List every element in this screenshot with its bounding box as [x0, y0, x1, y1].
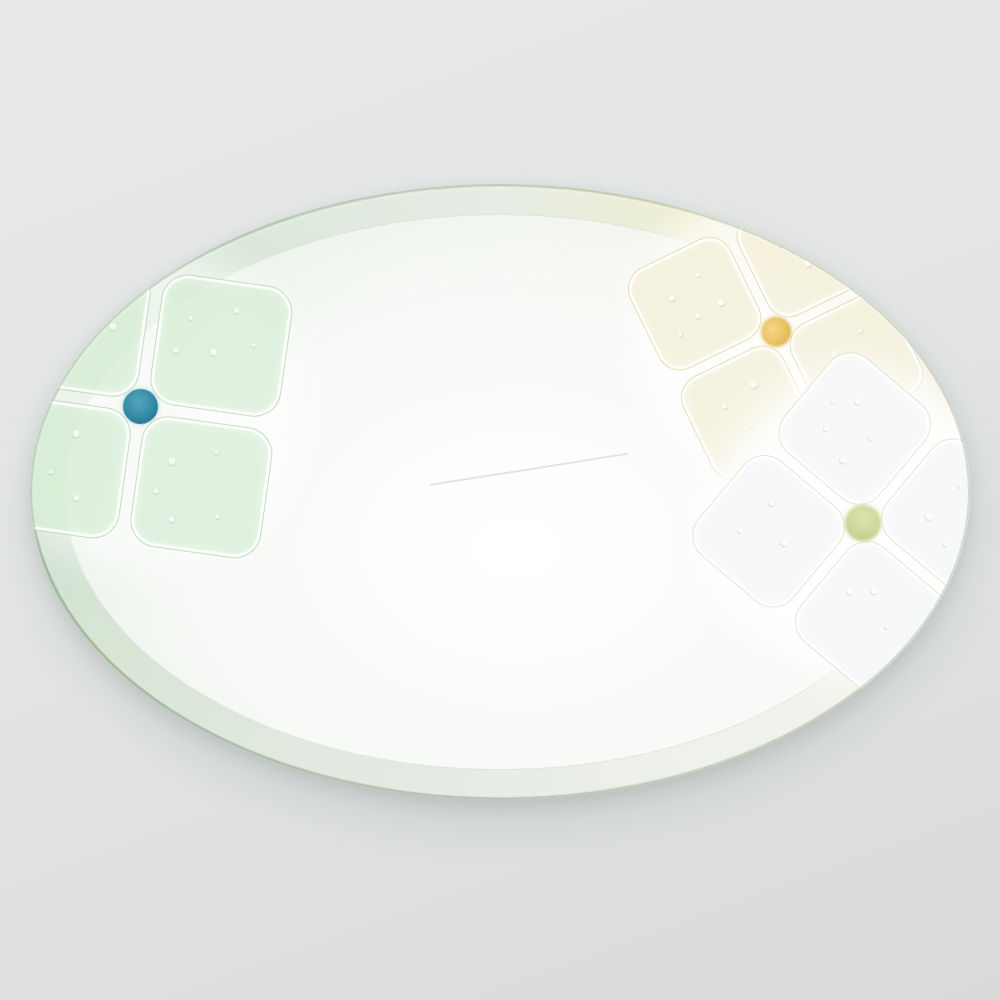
air-bubble [858, 328, 863, 333]
air-bubble [667, 294, 675, 302]
air-bubble [780, 537, 790, 547]
air-bubble [188, 315, 193, 320]
green-flower-petal-br [126, 412, 275, 561]
air-bubble [210, 347, 218, 355]
green-flower-petal-bl [30, 392, 134, 541]
air-bubble [823, 425, 830, 432]
plate-clip [30, 184, 970, 800]
green-flower-petal-tr [146, 271, 295, 420]
air-bubble [109, 323, 117, 331]
air-bubble [46, 354, 51, 359]
air-bubble [716, 297, 725, 306]
air-bubble [870, 586, 880, 596]
air-bubble [696, 272, 701, 277]
air-bubble [958, 483, 964, 489]
air-bubble [943, 542, 949, 548]
air-bubble [854, 397, 862, 405]
air-bubble [749, 379, 758, 388]
air-bubble [825, 245, 830, 250]
air-bubble [251, 342, 256, 347]
air-bubble [153, 488, 159, 494]
air-bubble [804, 218, 811, 225]
air-bubble [845, 587, 853, 595]
air-bubble [73, 494, 80, 501]
green-flower [30, 251, 295, 562]
air-bubble [776, 242, 781, 247]
air-bubble [215, 514, 220, 519]
air-bubble [868, 435, 874, 441]
glass-plate [30, 184, 970, 800]
air-bubble [91, 288, 96, 293]
air-bubble [213, 450, 218, 455]
air-bubble [30, 437, 32, 443]
air-bubble [839, 456, 849, 466]
air-bubble [694, 312, 701, 319]
air-bubble [884, 624, 890, 630]
air-bubble [677, 331, 682, 336]
air-bubble [738, 528, 744, 534]
air-bubble [173, 346, 180, 353]
air-bubble [168, 515, 175, 522]
air-bubble [803, 258, 812, 267]
air-bubble [46, 295, 53, 302]
air-bubble [68, 328, 74, 334]
photo-scene [0, 0, 1000, 1000]
air-bubble [830, 399, 836, 405]
green-flower-petal-tl [30, 251, 154, 400]
air-bubble [49, 469, 54, 474]
air-bubble [71, 430, 79, 438]
air-bubble [924, 512, 934, 522]
air-bubble [769, 500, 776, 507]
air-bubble [168, 457, 176, 465]
air-bubble [233, 308, 239, 314]
air-bubble [720, 403, 727, 410]
